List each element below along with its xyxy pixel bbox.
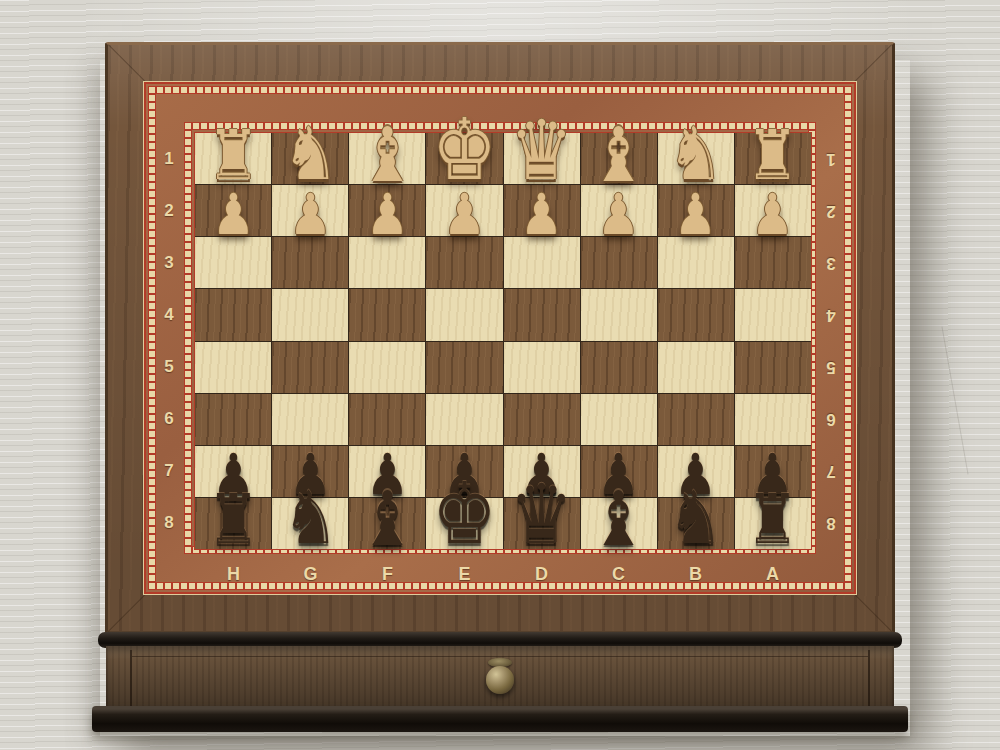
square-d4[interactable] [504, 289, 580, 340]
piece-white-pawn-a2[interactable]: ♟ [734, 176, 811, 237]
file-label-a: A [734, 559, 811, 589]
file-label-d: D [503, 559, 580, 589]
square-e4[interactable] [426, 289, 502, 340]
piece-white-pawn-d2[interactable]: ♟ [503, 176, 580, 237]
drawer-front [106, 646, 894, 708]
drawer-seam [868, 650, 870, 706]
rank-label-3: 3 [154, 237, 184, 289]
square-f5[interactable] [349, 342, 425, 393]
square-d5[interactable] [504, 342, 580, 393]
square-g5[interactable] [272, 342, 348, 393]
rank-labels-right: 12345678 [816, 133, 846, 549]
piece-white-pawn-b2[interactable]: ♟ [657, 176, 734, 237]
rank-label-5: 5 [154, 341, 184, 393]
file-label-e: E [426, 559, 503, 589]
file-label-h: H [195, 559, 272, 589]
piece-black-bishop-f8[interactable]: ♝ [349, 488, 426, 549]
rank-label-5: 5 [816, 341, 846, 393]
rank-label-3: 3 [816, 237, 846, 289]
piece-black-knight-b8[interactable]: ♞ [657, 488, 734, 549]
piece-white-pawn-c2[interactable]: ♟ [580, 176, 657, 237]
square-h5[interactable] [195, 342, 271, 393]
base-molding [92, 706, 908, 732]
chess-box: 12345678 12345678 HGFEDCBA ♜♞♝♚♛♝♞♜♟♟♟♟♟… [92, 42, 908, 734]
piece-white-pawn-h2[interactable]: ♟ [195, 176, 272, 237]
rank-label-1: 1 [816, 133, 846, 185]
rank-label-2: 2 [816, 185, 846, 237]
square-a5[interactable] [735, 342, 811, 393]
rank-label-7: 7 [154, 445, 184, 497]
file-label-b: B [657, 559, 734, 589]
rank-label-8: 8 [816, 497, 846, 549]
piece-white-pawn-f2[interactable]: ♟ [349, 176, 426, 237]
piece-black-knight-g8[interactable]: ♞ [272, 488, 349, 549]
rank-label-8: 8 [154, 497, 184, 549]
piece-black-rook-h8[interactable]: ♜ [195, 488, 272, 549]
rank-label-4: 4 [154, 289, 184, 341]
rank-label-1: 1 [154, 133, 184, 185]
piece-white-pawn-e2[interactable]: ♟ [426, 176, 503, 237]
piece-black-rook-a8[interactable]: ♜ [734, 488, 811, 549]
border-ladder-inlay [184, 130, 192, 546]
file-labels-bottom: HGFEDCBA [195, 559, 811, 589]
rank-label-6: 6 [816, 393, 846, 445]
table-scratch [941, 327, 968, 475]
square-b5[interactable] [658, 342, 734, 393]
piece-black-bishop-c8[interactable]: ♝ [580, 488, 657, 549]
square-c5[interactable] [581, 342, 657, 393]
file-label-f: F [349, 559, 426, 589]
drawer-knob[interactable] [485, 658, 515, 710]
drawer-seam [130, 650, 132, 706]
knob-brass-ball-icon [486, 666, 514, 694]
rank-labels-left: 12345678 [154, 133, 184, 549]
rank-label-2: 2 [154, 185, 184, 237]
square-g4[interactable] [272, 289, 348, 340]
square-a4[interactable] [735, 289, 811, 340]
file-label-c: C [580, 559, 657, 589]
border-ladder-inlay [148, 86, 852, 94]
rank-label-4: 4 [816, 289, 846, 341]
rank-label-6: 6 [154, 393, 184, 445]
piece-black-queen-d8[interactable]: ♛ [503, 488, 580, 549]
drawer-seam [132, 656, 868, 657]
rank-label-7: 7 [816, 445, 846, 497]
square-e5[interactable] [426, 342, 502, 393]
board-top-surface: 12345678 12345678 HGFEDCBA ♜♞♝♚♛♝♞♜♟♟♟♟♟… [105, 42, 895, 634]
square-h4[interactable] [195, 289, 271, 340]
file-label-g: G [272, 559, 349, 589]
piece-black-king-e8[interactable]: ♚ [426, 488, 503, 549]
square-f4[interactable] [349, 289, 425, 340]
piece-white-pawn-g2[interactable]: ♟ [272, 176, 349, 237]
square-b4[interactable] [658, 289, 734, 340]
table-surface: 12345678 12345678 HGFEDCBA ♜♞♝♚♛♝♞♜♟♟♟♟♟… [0, 0, 1000, 750]
square-c4[interactable] [581, 289, 657, 340]
